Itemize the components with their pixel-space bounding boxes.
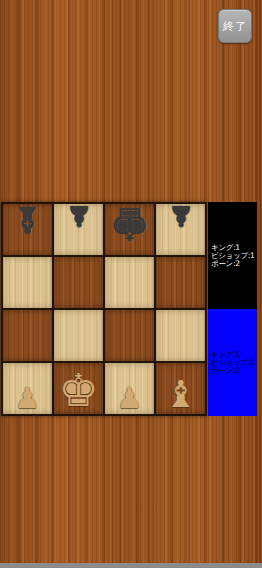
square-d4[interactable]: ♟ — [156, 204, 205, 255]
square-a1[interactable]: ♟ — [3, 363, 52, 414]
capture-info-panel: キング:1 ビショップ:1 ポーン:2 キング:1 ビショップ:1 ポーン:2 — [208, 202, 257, 416]
square-c1[interactable]: ♟ — [105, 363, 154, 414]
black-pawn-piece[interactable]: ♟ — [168, 201, 194, 230]
black-bishop-piece[interactable]: ♝ — [11, 201, 44, 238]
white-king-piece[interactable]: ♚ — [58, 368, 98, 413]
square-c4[interactable]: ♚ — [105, 204, 154, 255]
chess-board: ♝♟♚♟♟♚♟♝ — [1, 202, 207, 416]
black-player-panel: キング:1 ビショップ:1 ポーン:2 — [208, 202, 257, 309]
blue-pawn-count: ポーン:2 — [211, 367, 257, 375]
square-a4[interactable]: ♝ — [3, 204, 52, 255]
square-c3[interactable] — [105, 257, 154, 308]
quit-button[interactable]: 終了 — [218, 9, 252, 43]
square-b1[interactable]: ♚ — [54, 363, 103, 414]
blue-player-panel: キング:1 ビショップ:1 ポーン:2 — [208, 309, 257, 416]
bottom-system-bar — [0, 563, 262, 568]
square-d3[interactable] — [156, 257, 205, 308]
square-d1[interactable]: ♝ — [156, 363, 205, 414]
black-king-piece[interactable]: ♚ — [109, 201, 149, 246]
square-b4[interactable]: ♟ — [54, 204, 103, 255]
square-d2[interactable] — [156, 310, 205, 361]
white-bishop-piece[interactable]: ♝ — [164, 376, 197, 413]
square-c2[interactable] — [105, 310, 154, 361]
square-b3[interactable] — [54, 257, 103, 308]
square-a2[interactable] — [3, 310, 52, 361]
white-pawn-piece[interactable]: ♟ — [15, 384, 41, 413]
square-b2[interactable] — [54, 310, 103, 361]
black-pawn-piece[interactable]: ♟ — [66, 201, 92, 230]
black-pawn-count: ポーン:2 — [211, 260, 257, 268]
square-a3[interactable] — [3, 257, 52, 308]
white-pawn-piece[interactable]: ♟ — [117, 384, 143, 413]
